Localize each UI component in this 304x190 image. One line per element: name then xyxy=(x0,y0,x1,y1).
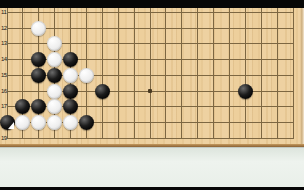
black-stone xyxy=(95,84,110,99)
bottom-letterbox-bar xyxy=(0,187,304,190)
row-coordinate-label: 15 xyxy=(1,72,10,79)
row-coordinate-label: 13 xyxy=(1,40,10,47)
black-stone xyxy=(0,115,15,130)
row-coordinate-label: 12 xyxy=(1,25,10,32)
grid-line-horizontal xyxy=(7,12,294,13)
black-stone xyxy=(79,115,94,130)
row-coordinate-label: 16 xyxy=(1,88,10,95)
app-screen: 111213141516171819 xyxy=(0,0,304,190)
row-coordinate-label: 11 xyxy=(1,9,10,16)
lower-panel xyxy=(0,147,304,187)
white-stone xyxy=(47,115,62,130)
grid-line-horizontal xyxy=(7,138,294,139)
board-right-edge xyxy=(300,8,304,147)
row-coordinate-label: 14 xyxy=(1,56,10,63)
top-letterbox-bar xyxy=(0,0,304,8)
black-stone xyxy=(31,68,46,83)
star-point xyxy=(148,89,152,93)
grid-line-horizontal xyxy=(7,28,294,29)
row-coordinate-label: 19 xyxy=(1,135,10,142)
black-stone xyxy=(47,68,62,83)
white-stone xyxy=(47,84,62,99)
white-stone xyxy=(63,115,78,130)
white-stone xyxy=(79,68,94,83)
go-board[interactable]: 111213141516171819 xyxy=(0,8,304,147)
last-move-triangle-marker xyxy=(8,122,14,129)
white-stone xyxy=(31,21,46,36)
black-stone xyxy=(238,84,253,99)
row-coordinate-label: 17 xyxy=(1,103,10,110)
black-stone xyxy=(63,84,78,99)
white-stone xyxy=(63,68,78,83)
